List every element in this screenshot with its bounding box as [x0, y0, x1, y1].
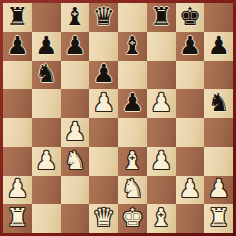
square-c1[interactable]	[61, 204, 90, 233]
square-g4[interactable]	[176, 118, 205, 147]
square-f2[interactable]	[147, 176, 176, 205]
piece-white-pawn[interactable]: ♟	[64, 119, 86, 144]
piece-white-knight[interactable]: ♞	[64, 148, 86, 173]
square-h4[interactable]	[204, 118, 233, 147]
square-b4[interactable]	[32, 118, 61, 147]
square-h2[interactable]: ♟	[204, 176, 233, 205]
square-f3[interactable]: ♟	[147, 147, 176, 176]
square-h5[interactable]: ♞	[204, 89, 233, 118]
square-a8[interactable]: ♜	[3, 3, 32, 32]
square-h3[interactable]	[204, 147, 233, 176]
piece-white-rook[interactable]: ♜	[207, 205, 229, 230]
square-d4[interactable]	[89, 118, 118, 147]
piece-white-bishop[interactable]: ♝	[150, 205, 172, 230]
piece-white-bishop[interactable]: ♝	[121, 148, 143, 173]
square-e4[interactable]	[118, 118, 147, 147]
piece-black-pawn[interactable]: ♟	[179, 33, 201, 58]
square-c3[interactable]: ♞	[61, 147, 90, 176]
piece-black-knight[interactable]: ♞	[35, 61, 57, 86]
square-f6[interactable]	[147, 61, 176, 90]
square-d7[interactable]	[89, 32, 118, 61]
board-grid: ♜♝♛♜♚♟♟♟♝♟♟♞♟♟♟♟♞♟♟♞♝♟♟♞♟♟♜♛♚♝♜	[3, 3, 233, 233]
square-e8[interactable]	[118, 3, 147, 32]
square-c4[interactable]: ♟	[61, 118, 90, 147]
square-a4[interactable]	[3, 118, 32, 147]
piece-white-pawn[interactable]: ♟	[207, 176, 229, 201]
square-a1[interactable]: ♜	[3, 204, 32, 233]
piece-black-rook[interactable]: ♜	[150, 4, 172, 29]
piece-black-bishop[interactable]: ♝	[64, 4, 86, 29]
square-b2[interactable]	[32, 176, 61, 205]
square-b3[interactable]: ♟	[32, 147, 61, 176]
square-h1[interactable]: ♜	[204, 204, 233, 233]
square-h7[interactable]: ♟	[204, 32, 233, 61]
piece-black-pawn[interactable]: ♟	[207, 33, 229, 58]
square-b6[interactable]: ♞	[32, 61, 61, 90]
square-e1[interactable]: ♚	[118, 204, 147, 233]
square-f1[interactable]: ♝	[147, 204, 176, 233]
piece-white-pawn[interactable]: ♟	[6, 176, 28, 201]
piece-white-pawn[interactable]: ♟	[150, 148, 172, 173]
piece-black-pawn[interactable]: ♟	[35, 33, 57, 58]
piece-black-king[interactable]: ♚	[179, 4, 201, 29]
square-a2[interactable]: ♟	[3, 176, 32, 205]
piece-black-rook[interactable]: ♜	[6, 4, 28, 29]
square-c5[interactable]	[61, 89, 90, 118]
piece-black-pawn[interactable]: ♟	[121, 90, 143, 115]
square-d5[interactable]: ♟	[89, 89, 118, 118]
square-a6[interactable]	[3, 61, 32, 90]
square-g3[interactable]	[176, 147, 205, 176]
square-b1[interactable]	[32, 204, 61, 233]
square-f5[interactable]: ♟	[147, 89, 176, 118]
square-e7[interactable]: ♝	[118, 32, 147, 61]
piece-white-rook[interactable]: ♜	[6, 205, 28, 230]
square-h6[interactable]	[204, 61, 233, 90]
square-c7[interactable]: ♟	[61, 32, 90, 61]
square-f8[interactable]: ♜	[147, 3, 176, 32]
square-d3[interactable]	[89, 147, 118, 176]
piece-white-queen[interactable]: ♛	[92, 205, 114, 230]
piece-black-queen[interactable]: ♛	[92, 4, 114, 29]
piece-white-knight[interactable]: ♞	[121, 176, 143, 201]
square-c8[interactable]: ♝	[61, 3, 90, 32]
square-b5[interactable]	[32, 89, 61, 118]
square-e3[interactable]: ♝	[118, 147, 147, 176]
piece-white-pawn[interactable]: ♟	[150, 90, 172, 115]
square-f7[interactable]	[147, 32, 176, 61]
square-e2[interactable]: ♞	[118, 176, 147, 205]
chess-board-frame: ♜♝♛♜♚♟♟♟♝♟♟♞♟♟♟♟♞♟♟♞♝♟♟♞♟♟♜♛♚♝♜	[0, 0, 236, 236]
piece-white-king[interactable]: ♚	[121, 205, 143, 230]
square-e6[interactable]	[118, 61, 147, 90]
square-d6[interactable]: ♟	[89, 61, 118, 90]
piece-black-bishop[interactable]: ♝	[121, 33, 143, 58]
square-a5[interactable]	[3, 89, 32, 118]
square-g1[interactable]	[176, 204, 205, 233]
square-h8[interactable]	[204, 3, 233, 32]
square-g5[interactable]	[176, 89, 205, 118]
piece-black-pawn[interactable]: ♟	[92, 61, 114, 86]
square-c6[interactable]	[61, 61, 90, 90]
piece-black-pawn[interactable]: ♟	[6, 33, 28, 58]
square-b7[interactable]: ♟	[32, 32, 61, 61]
piece-white-pawn[interactable]: ♟	[179, 176, 201, 201]
square-a7[interactable]: ♟	[3, 32, 32, 61]
square-e5[interactable]: ♟	[118, 89, 147, 118]
square-a3[interactable]	[3, 147, 32, 176]
square-d8[interactable]: ♛	[89, 3, 118, 32]
square-c2[interactable]	[61, 176, 90, 205]
piece-black-knight[interactable]: ♞	[207, 90, 229, 115]
square-g8[interactable]: ♚	[176, 3, 205, 32]
piece-black-pawn[interactable]: ♟	[64, 33, 86, 58]
square-d1[interactable]: ♛	[89, 204, 118, 233]
square-d2[interactable]	[89, 176, 118, 205]
square-g7[interactable]: ♟	[176, 32, 205, 61]
square-f4[interactable]	[147, 118, 176, 147]
square-g2[interactable]: ♟	[176, 176, 205, 205]
square-b8[interactable]	[32, 3, 61, 32]
square-g6[interactable]	[176, 61, 205, 90]
piece-white-pawn[interactable]: ♟	[35, 148, 57, 173]
piece-white-pawn[interactable]: ♟	[92, 90, 114, 115]
